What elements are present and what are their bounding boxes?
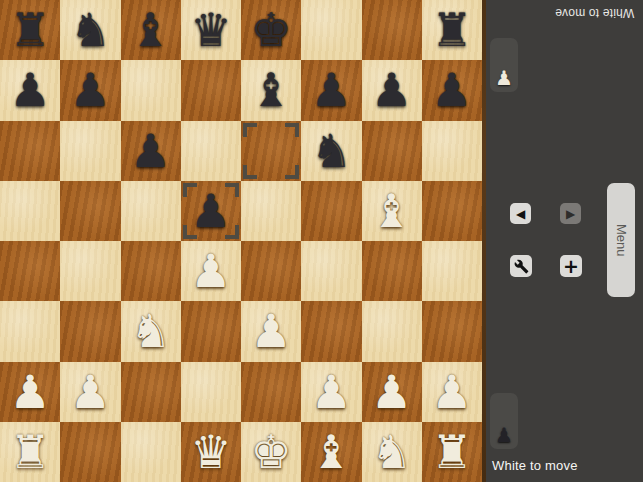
forward-button[interactable]: ▶ [560, 203, 581, 224]
square-f6[interactable]: ♞ [301, 121, 361, 181]
square-c1[interactable] [121, 422, 181, 482]
white-pawn[interactable]: ♟ [10, 362, 51, 422]
square-c6[interactable]: ♟ [121, 121, 181, 181]
black-knight[interactable]: ♞ [70, 0, 111, 60]
square-a5[interactable] [0, 181, 60, 241]
status-label-black-side: White to move [555, 6, 634, 20]
square-f8[interactable] [301, 0, 361, 60]
square-e1[interactable]: ♚ [241, 422, 301, 482]
square-c2[interactable] [121, 362, 181, 422]
captured-black-pawn: ♟ [495, 425, 513, 446]
square-e5[interactable] [241, 181, 301, 241]
square-d6[interactable] [181, 121, 241, 181]
square-g8[interactable] [362, 0, 422, 60]
black-queen[interactable]: ♛ [190, 0, 231, 60]
white-rook[interactable]: ♜ [10, 422, 51, 482]
black-pawn[interactable]: ♟ [130, 121, 171, 181]
captured-white-pawn: ♟ [495, 68, 513, 89]
menu-tab[interactable]: Menu [607, 183, 635, 297]
last-move-marker-e6 [243, 123, 299, 179]
back-button[interactable]: ◀ [510, 203, 531, 224]
white-king[interactable]: ♚ [251, 422, 292, 482]
square-a3[interactable] [0, 301, 60, 361]
black-rook[interactable]: ♜ [431, 0, 472, 60]
square-e4[interactable] [241, 241, 301, 301]
square-f4[interactable] [301, 241, 361, 301]
sidebar: White to move ♟ ◀ ▶ + Menu ♟ White to mo… [486, 0, 643, 482]
square-b3[interactable] [60, 301, 120, 361]
tools-button[interactable] [510, 255, 532, 277]
square-a1[interactable]: ♜ [0, 422, 60, 482]
square-b7[interactable]: ♟ [60, 60, 120, 120]
black-pawn[interactable]: ♟ [311, 60, 352, 120]
black-bishop[interactable]: ♝ [251, 60, 292, 120]
plus-button[interactable]: + [560, 255, 582, 277]
black-pawn[interactable]: ♟ [70, 60, 111, 120]
square-e3[interactable]: ♟ [241, 301, 301, 361]
square-d8[interactable]: ♛ [181, 0, 241, 60]
menu-tab-label: Menu [614, 224, 629, 257]
square-a2[interactable]: ♟ [0, 362, 60, 422]
square-h8[interactable]: ♜ [422, 0, 482, 60]
square-a7[interactable]: ♟ [0, 60, 60, 120]
square-g4[interactable] [362, 241, 422, 301]
square-b2[interactable]: ♟ [60, 362, 120, 422]
black-bishop[interactable]: ♝ [130, 0, 171, 60]
square-b8[interactable]: ♞ [60, 0, 120, 60]
square-e8[interactable]: ♚ [241, 0, 301, 60]
square-f5[interactable] [301, 181, 361, 241]
square-h2[interactable]: ♟ [422, 362, 482, 422]
white-rook[interactable]: ♜ [431, 422, 472, 482]
square-c3[interactable]: ♞ [121, 301, 181, 361]
square-a8[interactable]: ♜ [0, 0, 60, 60]
square-e7[interactable]: ♝ [241, 60, 301, 120]
status-label-white-side: White to move [492, 458, 578, 473]
square-d5[interactable]: ♟ [181, 181, 241, 241]
white-pawn[interactable]: ♟ [311, 362, 352, 422]
white-knight[interactable]: ♞ [130, 301, 171, 361]
square-g2[interactable]: ♟ [362, 362, 422, 422]
square-g1[interactable]: ♞ [362, 422, 422, 482]
plus-icon: + [563, 257, 579, 276]
square-c8[interactable]: ♝ [121, 0, 181, 60]
square-c4[interactable] [121, 241, 181, 301]
black-rook[interactable]: ♜ [10, 0, 51, 60]
captured-pieces-tray-bottom: ♟ [490, 393, 518, 449]
square-e2[interactable] [241, 362, 301, 422]
square-d7[interactable] [181, 60, 241, 120]
white-bishop[interactable]: ♝ [311, 422, 352, 482]
square-c5[interactable] [121, 181, 181, 241]
square-g5[interactable]: ♝ [362, 181, 422, 241]
square-b5[interactable] [60, 181, 120, 241]
square-d2[interactable] [181, 362, 241, 422]
white-queen[interactable]: ♛ [190, 422, 231, 482]
square-h3[interactable] [422, 301, 482, 361]
captured-pieces-tray-top: ♟ [490, 38, 518, 92]
square-a6[interactable] [0, 121, 60, 181]
square-h1[interactable]: ♜ [422, 422, 482, 482]
square-h7[interactable]: ♟ [422, 60, 482, 120]
square-d3[interactable] [181, 301, 241, 361]
black-king[interactable]: ♚ [251, 0, 292, 60]
square-g3[interactable] [362, 301, 422, 361]
square-b1[interactable] [60, 422, 120, 482]
white-knight[interactable]: ♞ [371, 422, 412, 482]
square-f7[interactable]: ♟ [301, 60, 361, 120]
black-pawn[interactable]: ♟ [190, 181, 231, 241]
square-f1[interactable]: ♝ [301, 422, 361, 482]
square-b4[interactable] [60, 241, 120, 301]
square-h5[interactable] [422, 181, 482, 241]
chess-app: ♜♞♝♛♚♜♟♟♝♟♟♟♟♞♟♝♟♞♟♟♟♟♟♟♜♛♚♝♞♜ White to … [0, 0, 643, 482]
wrench-icon [514, 259, 529, 274]
square-d1[interactable]: ♛ [181, 422, 241, 482]
square-b6[interactable] [60, 121, 120, 181]
square-g7[interactable]: ♟ [362, 60, 422, 120]
back-arrow-icon: ◀ [516, 207, 525, 221]
black-knight[interactable]: ♞ [311, 121, 352, 181]
square-g6[interactable] [362, 121, 422, 181]
square-h6[interactable] [422, 121, 482, 181]
white-pawn[interactable]: ♟ [371, 362, 412, 422]
white-bishop[interactable]: ♝ [371, 181, 412, 241]
square-f2[interactable]: ♟ [301, 362, 361, 422]
white-pawn[interactable]: ♟ [251, 301, 292, 361]
black-pawn[interactable]: ♟ [371, 60, 412, 120]
chess-board: ♜♞♝♛♚♜♟♟♝♟♟♟♟♞♟♝♟♞♟♟♟♟♟♟♜♛♚♝♞♜ [0, 0, 482, 482]
white-pawn[interactable]: ♟ [190, 241, 231, 301]
square-h4[interactable] [422, 241, 482, 301]
black-pawn[interactable]: ♟ [10, 60, 51, 120]
black-pawn[interactable]: ♟ [431, 60, 472, 120]
square-f3[interactable] [301, 301, 361, 361]
square-d4[interactable]: ♟ [181, 241, 241, 301]
forward-arrow-icon: ▶ [566, 207, 575, 221]
white-pawn[interactable]: ♟ [431, 362, 472, 422]
square-e6[interactable] [241, 121, 301, 181]
square-c7[interactable] [121, 60, 181, 120]
white-pawn[interactable]: ♟ [70, 362, 111, 422]
square-a4[interactable] [0, 241, 60, 301]
